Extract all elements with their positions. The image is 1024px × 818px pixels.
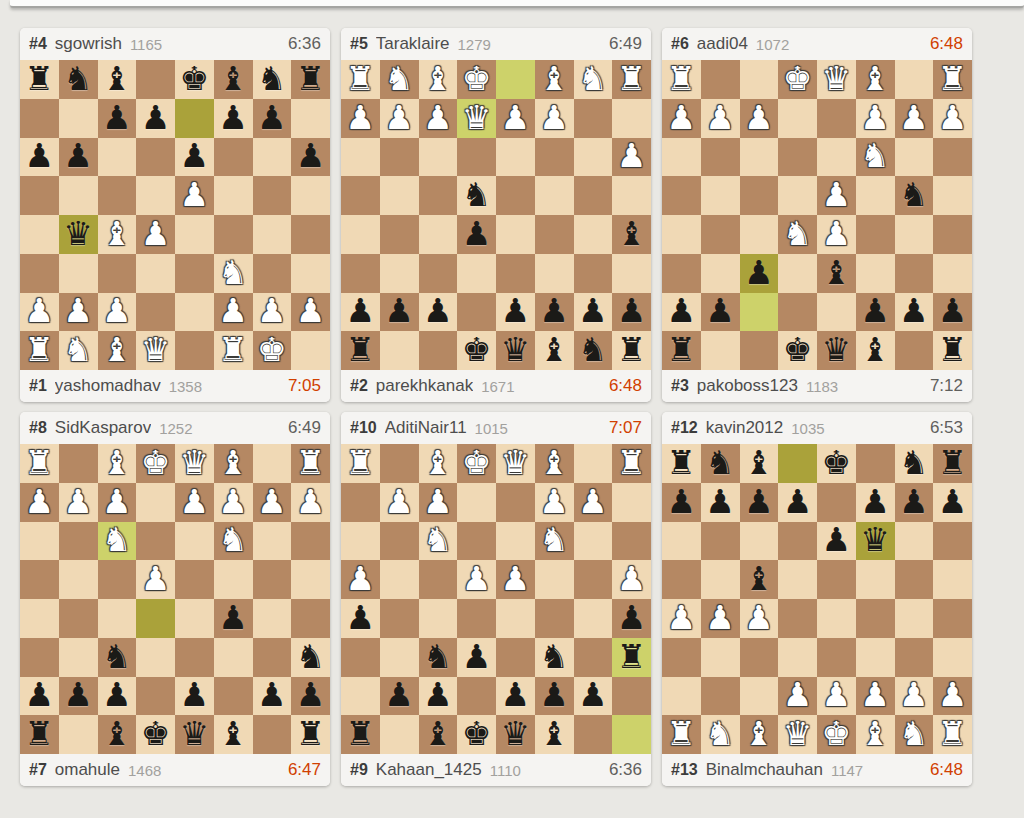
square-d4: ♟: [496, 560, 535, 599]
square-d4: [175, 560, 214, 599]
square-a7: ♟: [933, 293, 972, 332]
black-pawn-piece: ♟: [938, 485, 968, 518]
square-d3: [496, 522, 535, 561]
white-rook-piece: ♜: [667, 717, 697, 750]
square-b8: [574, 715, 613, 754]
square-g3: [380, 138, 419, 177]
square-h7: ♟: [341, 293, 380, 332]
square-d4: [778, 599, 817, 638]
black-queen-piece: ♛: [180, 717, 210, 750]
square-g8: ♞: [253, 60, 292, 99]
square-e7: [457, 677, 496, 716]
square-h2: ♟: [933, 677, 972, 716]
black-pawn-piece: ♟: [501, 294, 531, 327]
square-a5: [662, 560, 701, 599]
square-b1: [574, 444, 613, 483]
square-d6: ♝: [817, 254, 856, 293]
square-g4: [253, 215, 292, 254]
square-c3: ♞: [535, 522, 574, 561]
white-bishop-piece: ♝: [423, 446, 453, 479]
square-e1: [175, 331, 214, 370]
square-f8: [856, 444, 895, 483]
square-a3: [291, 522, 330, 561]
square-e8: ♚: [136, 715, 175, 754]
black-pawn-piece: ♟: [384, 294, 414, 327]
white-pawn-piece: ♟: [539, 101, 569, 134]
white-pawn-piece: ♟: [218, 294, 248, 327]
square-d8: [778, 444, 817, 483]
white-pawn-piece: ♟: [822, 217, 852, 250]
top-player-name: kavin2012: [706, 418, 784, 438]
chess-board[interactable]: ♜♞♝♚♞♜♟♟♟♟♟♟♟♟♛♝♟♟♟♟♟♟♟♟♜♞♝♛♚♝♞♜: [662, 444, 972, 754]
square-d1: [496, 60, 535, 99]
chess-board[interactable]: ♜♞♝♚♝♞♜♟♟♟♟♟♟♟♟♟♛♝♟♞♟♟♟♟♟♟♜♞♝♛♜♚: [20, 60, 330, 370]
square-a1: ♜: [612, 444, 651, 483]
square-d5: [496, 599, 535, 638]
square-c2: [740, 677, 779, 716]
square-c3: [535, 138, 574, 177]
white-pawn-piece: ♟: [822, 678, 852, 711]
black-pawn-piece: ♟: [705, 294, 735, 327]
square-a8: [612, 715, 651, 754]
square-h8: ♜: [662, 331, 701, 370]
black-pawn-piece: ♟: [938, 294, 968, 327]
white-bishop-piece: ♝: [423, 62, 453, 95]
square-d1: ♛: [136, 331, 175, 370]
square-a3: [662, 638, 701, 677]
square-b7: ♟: [574, 293, 613, 332]
square-e6: ♟: [817, 522, 856, 561]
white-pawn-piece: ♟: [860, 678, 890, 711]
square-h8: ♜: [933, 444, 972, 483]
square-e8: ♚: [817, 444, 856, 483]
black-pawn-piece: ♟: [860, 485, 890, 518]
square-g4: [895, 599, 934, 638]
square-h5: ♟: [341, 599, 380, 638]
square-a1: ♜: [933, 60, 972, 99]
square-g5: [701, 215, 740, 254]
white-pawn-piece: ♟: [617, 562, 647, 595]
square-f5: [856, 560, 895, 599]
square-g3: [895, 638, 934, 677]
square-e8: ♚: [457, 715, 496, 754]
square-d2: [817, 99, 856, 138]
bottom-player-bar: #2 parekhkanak 1671 6:48: [341, 370, 651, 402]
square-c1: ♝: [214, 444, 253, 483]
game-card[interactable]: #6 aadi04 1072 6:48 ♜♚♛♝♜♟♟♟♟♟♟♞♟♞♞♟♟♝♟♟…: [662, 28, 972, 402]
black-rook-piece: ♜: [617, 333, 647, 366]
top-player-bar: #6 aadi04 1072 6:48: [662, 28, 972, 60]
square-a2: [612, 99, 651, 138]
square-c6: ♞: [535, 638, 574, 677]
square-e1: ♚: [817, 715, 856, 754]
square-h6: [341, 254, 380, 293]
square-g1: [59, 444, 98, 483]
black-pawn-piece: ♟: [539, 294, 569, 327]
top-player-bar: #8 SidKasparov 1252 6:49: [20, 412, 330, 444]
square-h8: ♜: [341, 715, 380, 754]
square-c4: [856, 176, 895, 215]
bottom-player-name: omahule: [55, 760, 120, 780]
white-pawn-piece: ♟: [899, 101, 929, 134]
square-g8: ♞: [895, 444, 934, 483]
square-d5: ♟: [817, 215, 856, 254]
square-c8: ♝: [214, 715, 253, 754]
chess-board[interactable]: ♜♝♚♛♝♜♟♟♟♟♞♞♟♟♟♟♟♟♞♟♞♜♟♟♟♟♟♜♝♚♛♝: [341, 444, 651, 754]
square-a7: ♟: [662, 483, 701, 522]
square-g1: [701, 60, 740, 99]
square-c3: ♞: [214, 522, 253, 561]
square-c8: ♝: [535, 331, 574, 370]
black-knight-piece: ♞: [257, 62, 287, 95]
top-player-name: AditiNair11: [385, 418, 467, 438]
white-knight-piece: ♞: [705, 717, 735, 750]
square-g7: ♟: [380, 677, 419, 716]
square-f1: ♝: [856, 715, 895, 754]
white-pawn-piece: ♟: [822, 178, 852, 211]
top-player-bar: #5 Taraklaire 1279 6:49: [341, 28, 651, 60]
black-rook-piece: ♜: [25, 717, 55, 750]
white-rook-piece: ♜: [617, 62, 647, 95]
bottom-player-seed: #1: [29, 377, 47, 395]
square-c5: [98, 176, 137, 215]
game-card[interactable]: #4 sgowrish 1165 6:36 ♜♞♝♚♝♞♜♟♟♟♟♟♟♟♟♟♛♝…: [20, 28, 330, 402]
square-b3: [701, 638, 740, 677]
square-g3: [380, 522, 419, 561]
square-c4: [535, 176, 574, 215]
square-g7: ♟: [380, 293, 419, 332]
bottom-player-bar: #7 omahule 1468 6:47: [20, 754, 330, 786]
square-b8: [895, 331, 934, 370]
square-e6: ♟: [175, 138, 214, 177]
square-b7: ♟: [895, 293, 934, 332]
square-e4: [175, 215, 214, 254]
square-b2: [701, 677, 740, 716]
white-queen-piece: ♛: [501, 446, 531, 479]
square-d3: [136, 254, 175, 293]
square-d2: [496, 483, 535, 522]
square-b1: ♞: [59, 331, 98, 370]
square-g1: [380, 444, 419, 483]
square-h8: ♜: [291, 60, 330, 99]
square-e3: [457, 138, 496, 177]
square-b3: [574, 522, 613, 561]
white-pawn-piece: ♟: [180, 485, 210, 518]
white-pawn-piece: ♟: [296, 294, 326, 327]
square-a5: [291, 599, 330, 638]
white-pawn-piece: ♟: [860, 101, 890, 134]
black-bishop-piece: ♝: [539, 333, 569, 366]
square-c6: [98, 138, 137, 177]
square-a2: ♟: [20, 293, 59, 332]
white-pawn-piece: ♟: [539, 485, 569, 518]
black-queen-piece: ♛: [860, 523, 890, 556]
square-f1: ♝: [419, 60, 458, 99]
white-pawn-piece: ♟: [25, 485, 55, 518]
square-e8: ♚: [175, 60, 214, 99]
square-d7: ♟: [496, 293, 535, 332]
square-e3: [175, 254, 214, 293]
square-g5: [380, 599, 419, 638]
square-g7: ♟: [253, 99, 292, 138]
square-b2: ♟: [59, 293, 98, 332]
top-player-rating: 1165: [130, 36, 162, 53]
square-b8: [253, 715, 292, 754]
square-g8: [701, 331, 740, 370]
black-pawn-piece: ♟: [63, 678, 93, 711]
black-pawn-piece: ♟: [25, 678, 55, 711]
square-d7: ♟: [136, 99, 175, 138]
white-pawn-piece: ♟: [617, 139, 647, 172]
square-b4: [574, 560, 613, 599]
black-king-piece: ♚: [783, 333, 813, 366]
square-h4: [341, 176, 380, 215]
square-f2: ♟: [98, 483, 137, 522]
black-pawn-piece: ♟: [822, 523, 852, 556]
square-d4: [496, 176, 535, 215]
game-card[interactable]: #5 Taraklaire 1279 6:49 ♜♞♝♚♝♞♜♟♟♟♛♟♟♟♞♟…: [341, 28, 651, 402]
white-pawn-piece: ♟: [346, 101, 376, 134]
square-b5: [895, 215, 934, 254]
white-pawn-piece: ♟: [218, 485, 248, 518]
bottom-player-clock: 6:48: [930, 760, 963, 780]
white-rook-piece: ♜: [25, 333, 55, 366]
white-queen-piece: ♛: [783, 717, 813, 750]
square-b8: ♞: [574, 331, 613, 370]
black-knight-piece: ♞: [899, 446, 929, 479]
square-b6: [701, 522, 740, 561]
square-c7: ♟: [535, 677, 574, 716]
square-g3: [253, 254, 292, 293]
square-g2: ♟: [380, 99, 419, 138]
square-b8: ♞: [59, 60, 98, 99]
square-e7: [778, 293, 817, 332]
white-pawn-piece: ♟: [102, 485, 132, 518]
white-knight-piece: ♞: [63, 333, 93, 366]
black-pawn-piece: ♟: [462, 640, 492, 673]
chess-board[interactable]: ♜♚♛♝♜♟♟♟♟♟♟♞♟♞♞♟♟♝♟♟♟♟♟♜♚♛♝♜: [662, 60, 972, 370]
square-e4: ♞: [457, 176, 496, 215]
square-d8: ♛: [817, 331, 856, 370]
white-pawn-piece: ♟: [63, 485, 93, 518]
square-f4: [856, 599, 895, 638]
square-f5: [98, 599, 137, 638]
square-e5: [817, 560, 856, 599]
square-c1: ♝: [535, 444, 574, 483]
square-h3: [20, 522, 59, 561]
bottom-player-rating: 1358: [169, 378, 202, 395]
black-pawn-piece: ♟: [141, 101, 171, 134]
bottom-player-name: Binalmchauhan: [706, 760, 823, 780]
square-d7: [817, 293, 856, 332]
square-a4: ♟: [612, 560, 651, 599]
square-b7: ♟: [253, 677, 292, 716]
white-rook-piece: ♜: [346, 446, 376, 479]
square-g3: [701, 138, 740, 177]
square-e7: [175, 99, 214, 138]
square-a5: [933, 215, 972, 254]
square-h2: ♟: [291, 293, 330, 332]
square-b3: [895, 138, 934, 177]
square-e3: [136, 522, 175, 561]
bottom-player-clock: 6:36: [609, 760, 642, 780]
square-f3: ♞: [214, 254, 253, 293]
square-f6: ♛: [856, 522, 895, 561]
white-pawn-piece: ♟: [102, 294, 132, 327]
square-h1: ♜: [933, 715, 972, 754]
black-bishop-piece: ♝: [617, 217, 647, 250]
black-knight-piece: ♞: [578, 333, 608, 366]
top-player-name: SidKasparov: [55, 418, 151, 438]
top-player-seed: #8: [29, 419, 47, 437]
square-a2: [662, 677, 701, 716]
square-d8: ♛: [496, 715, 535, 754]
square-e1: ♚: [457, 60, 496, 99]
square-e6: [457, 254, 496, 293]
square-e2: [778, 99, 817, 138]
white-knight-piece: ♞: [899, 717, 929, 750]
square-b5: [574, 215, 613, 254]
square-g7: ♟: [701, 293, 740, 332]
black-bishop-piece: ♝: [822, 256, 852, 289]
white-king-piece: ♚: [462, 446, 492, 479]
square-f5: [214, 176, 253, 215]
square-f8: ♝: [98, 715, 137, 754]
square-b6: [574, 254, 613, 293]
white-bishop-piece: ♝: [102, 217, 132, 250]
white-bishop-piece: ♝: [539, 446, 569, 479]
square-b1: ♞: [574, 60, 613, 99]
square-b2: ♟: [895, 99, 934, 138]
square-c5: [535, 599, 574, 638]
square-a4: [933, 176, 972, 215]
white-queen-piece: ♛: [462, 101, 492, 134]
white-bishop-piece: ♝: [539, 62, 569, 95]
square-f6: ♟: [740, 254, 779, 293]
square-d7: ♟: [175, 677, 214, 716]
square-f3: [740, 138, 779, 177]
black-pawn-piece: ♟: [744, 256, 774, 289]
bottom-player-seed: #7: [29, 761, 47, 779]
square-f7: ♟: [856, 483, 895, 522]
black-knight-piece: ♞: [539, 640, 569, 673]
top-player-name: Taraklaire: [376, 34, 450, 54]
square-g5: [895, 560, 934, 599]
square-d8: ♛: [175, 715, 214, 754]
white-knight-piece: ♞: [218, 523, 248, 556]
square-b5: [253, 599, 292, 638]
black-pawn-piece: ♟: [501, 678, 531, 711]
square-c7: [214, 677, 253, 716]
square-a3: [933, 138, 972, 177]
square-g6: [59, 638, 98, 677]
square-g1: ♚: [253, 331, 292, 370]
square-f3: [856, 638, 895, 677]
black-pawn-piece: ♟: [705, 485, 735, 518]
black-pawn-piece: ♟: [218, 601, 248, 634]
square-e1: ♚: [778, 60, 817, 99]
square-a7: [612, 677, 651, 716]
square-b8: ♞: [701, 444, 740, 483]
square-f6: [214, 138, 253, 177]
white-bishop-piece: ♝: [102, 446, 132, 479]
bottom-player-seed: #9: [350, 761, 368, 779]
chess-board[interactable]: ♜♝♚♛♝♜♟♟♟♟♟♟♟♞♞♟♟♞♞♟♟♟♟♟♟♜♝♚♛♝♜: [20, 444, 330, 754]
chess-board[interactable]: ♜♞♝♚♝♞♜♟♟♟♛♟♟♟♞♟♝♟♟♟♟♟♟♟♜♚♛♝♞♜: [341, 60, 651, 370]
square-h1: ♜: [341, 60, 380, 99]
square-g6: [253, 138, 292, 177]
square-b7: ♟: [701, 483, 740, 522]
square-g2: ♟: [59, 483, 98, 522]
square-h2: ♟: [20, 483, 59, 522]
white-bishop-piece: ♝: [102, 333, 132, 366]
square-h3: [341, 522, 380, 561]
square-c2: ♟: [856, 99, 895, 138]
square-c1: ♝: [98, 331, 137, 370]
square-d6: [175, 638, 214, 677]
game-card[interactable]: #8 SidKasparov 1252 6:49 ♜♝♚♛♝♜♟♟♟♟♟♟♟♞♞…: [20, 412, 330, 786]
square-f7: ♟: [98, 677, 137, 716]
square-f5: [419, 599, 458, 638]
black-bishop-piece: ♝: [539, 717, 569, 750]
black-pawn-piece: ♟: [102, 678, 132, 711]
white-rook-piece: ♜: [938, 717, 968, 750]
square-c7: ♟: [535, 293, 574, 332]
square-h4: [933, 599, 972, 638]
game-card[interactable]: #10 AditiNair11 1015 7:07 ♜♝♚♛♝♜♟♟♟♟♞♞♟♟…: [341, 412, 651, 786]
bottom-player-rating: 1468: [128, 762, 161, 779]
square-d5: [496, 215, 535, 254]
black-rook-piece: ♜: [346, 717, 376, 750]
square-g2: ♟: [253, 293, 292, 332]
square-h7: [291, 99, 330, 138]
square-a2: [612, 483, 651, 522]
square-c6: [856, 254, 895, 293]
square-a6: ♜: [612, 638, 651, 677]
bottom-player-bar: #1 yashomadhav 1358 7:05: [20, 370, 330, 402]
square-b6: [895, 254, 934, 293]
white-knight-piece: ♞: [783, 217, 813, 250]
bottom-player-name: pakoboss123: [697, 376, 798, 396]
square-h1: ♜: [662, 60, 701, 99]
square-a4: [612, 176, 651, 215]
square-h4: ♟: [341, 560, 380, 599]
square-c4: [214, 560, 253, 599]
square-c1: ♝: [740, 715, 779, 754]
square-h6: [20, 638, 59, 677]
square-g5: [59, 599, 98, 638]
square-f6: [419, 254, 458, 293]
black-knight-piece: ♞: [462, 178, 492, 211]
square-a5: ♟: [612, 599, 651, 638]
white-pawn-piece: ♟: [384, 101, 414, 134]
black-pawn-piece: ♟: [783, 485, 813, 518]
square-e5: [457, 599, 496, 638]
game-card[interactable]: #12 kavin2012 1035 6:53 ♜♞♝♚♞♜♟♟♟♟♟♟♟♟♛♝…: [662, 412, 972, 786]
square-b4: ♛: [59, 215, 98, 254]
top-player-seed: #12: [671, 419, 698, 437]
square-a6: [662, 522, 701, 561]
white-rook-piece: ♜: [938, 62, 968, 95]
black-pawn-piece: ♟: [899, 294, 929, 327]
square-a6: ♟: [20, 138, 59, 177]
square-c6: [214, 638, 253, 677]
bottom-player-clock: 6:48: [609, 376, 642, 396]
square-a8: ♜: [612, 331, 651, 370]
square-d5: [175, 599, 214, 638]
white-pawn-piece: ♟: [501, 101, 531, 134]
white-knight-piece: ♞: [423, 523, 453, 556]
